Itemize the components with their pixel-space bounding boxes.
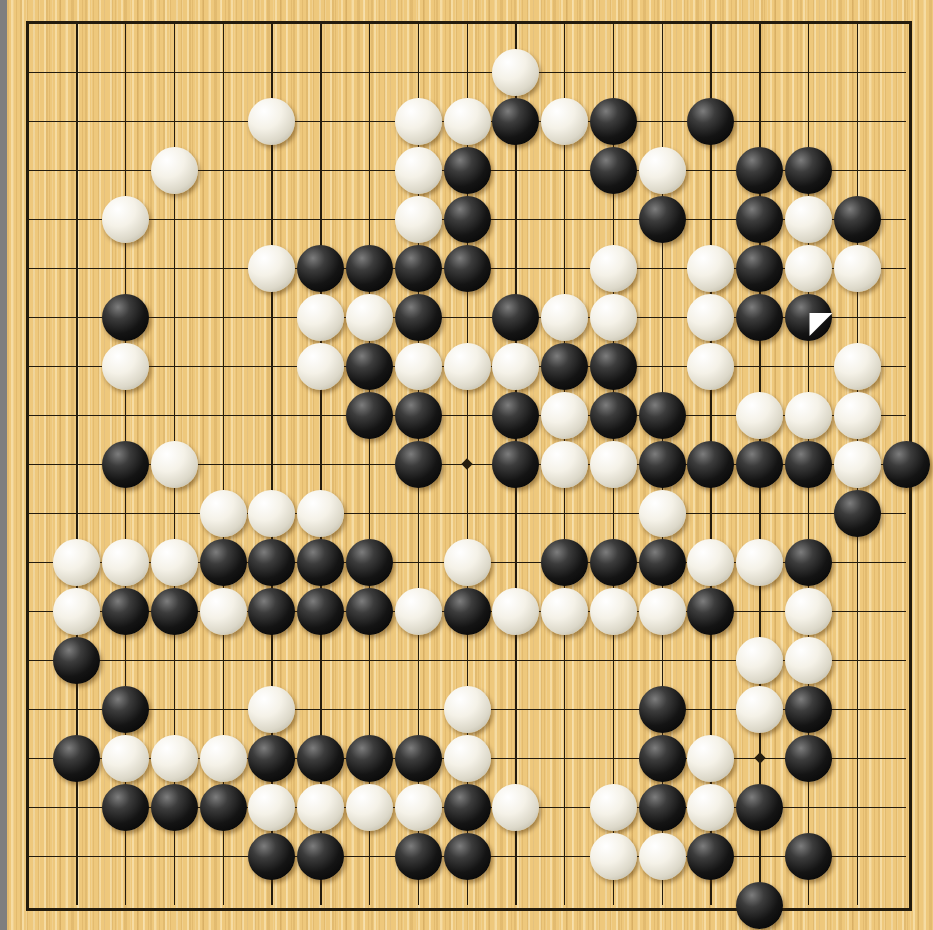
stone-white [736,539,783,586]
stone-white [639,490,686,537]
stone-white [395,784,442,831]
stone-white [53,588,100,635]
stone-black [736,147,783,194]
stone-black [248,833,295,880]
stone-white [541,588,588,635]
stone-black [785,686,832,733]
stone-black [102,441,149,488]
stone-white [395,147,442,194]
stone-black [346,245,393,292]
stone-white [687,539,734,586]
stone-white [248,245,295,292]
stone-white [541,441,588,488]
stone-white [541,294,588,341]
stone-white [785,392,832,439]
stone-white [736,686,783,733]
stone-black [444,588,491,635]
stone-black [736,784,783,831]
stone-black [639,539,686,586]
stone-black [395,735,442,782]
stone-white [102,343,149,390]
grid-hline [28,513,906,514]
stone-black [492,441,539,488]
stone-black [541,343,588,390]
stone-black [639,686,686,733]
stone-black [395,441,442,488]
stone-black [492,98,539,145]
stone-black [102,784,149,831]
stone-white [590,833,637,880]
stone-white [639,147,686,194]
stone-black [444,147,491,194]
stone-white [444,98,491,145]
stone-white [297,784,344,831]
stone-white [492,588,539,635]
stone-black [297,588,344,635]
stone-white [248,490,295,537]
stone-black [785,441,832,488]
stone-black [541,539,588,586]
stone-white [785,196,832,243]
stone-white [834,343,881,390]
stone-white [151,539,198,586]
stone-white [151,147,198,194]
stone-black [200,539,247,586]
stone-black [736,882,783,929]
stone-black [834,196,881,243]
stone-black [785,735,832,782]
stone-black [687,441,734,488]
stone-white [444,539,491,586]
stone-black [53,735,100,782]
stone-white [590,784,637,831]
stone-black [590,392,637,439]
stone-white [785,637,832,684]
stone-white [200,588,247,635]
stone-white [297,294,344,341]
stone-white [639,588,686,635]
stone-white [395,343,442,390]
stone-black [687,833,734,880]
stone-white [297,490,344,537]
stone-black [248,735,295,782]
stone-white [346,784,393,831]
stone-white [541,98,588,145]
stone-white [639,833,686,880]
stone-white [102,196,149,243]
stone-black [444,196,491,243]
stone-black [590,98,637,145]
stone-white [492,49,539,96]
stone-black [297,245,344,292]
stone-black [297,735,344,782]
stone-white [834,441,881,488]
stone-white [444,686,491,733]
stone-white [590,245,637,292]
stone-black [639,735,686,782]
stone-black [590,147,637,194]
stone-white [590,441,637,488]
stone-white [590,294,637,341]
stone-white [297,343,344,390]
stone-black [687,588,734,635]
window-edge-strip [0,0,7,930]
stone-white [590,588,637,635]
stone-black [736,294,783,341]
stone-white [102,539,149,586]
stone-black [639,441,686,488]
stone-white [200,490,247,537]
stone-white [492,343,539,390]
stone-black [102,686,149,733]
stone-black [102,588,149,635]
stone-white [395,588,442,635]
stone-white [248,784,295,831]
stone-white [492,784,539,831]
stone-black [736,196,783,243]
stone-black [297,833,344,880]
stone-black [102,294,149,341]
stone-white [785,245,832,292]
stone-black [395,294,442,341]
stone-white [346,294,393,341]
stone-white [53,539,100,586]
stone-black [346,735,393,782]
stone-black [834,490,881,537]
stone-white [834,392,881,439]
stone-black [785,147,832,194]
stone-white [785,588,832,635]
stone-white [687,784,734,831]
stone-black [395,245,442,292]
stone-black [346,343,393,390]
stone-white [444,735,491,782]
stone-black [444,245,491,292]
stone-white [151,441,198,488]
stone-black [395,833,442,880]
stone-black [346,539,393,586]
stone-black [785,833,832,880]
stone-black [883,441,930,488]
stone-black [736,441,783,488]
stone-black [639,392,686,439]
stone-white [200,735,247,782]
stone-white [687,245,734,292]
stone-white [248,686,295,733]
stone-black [200,784,247,831]
stone-black [297,539,344,586]
stone-black [53,637,100,684]
stone-white [687,294,734,341]
stone-white [736,637,783,684]
stone-black [346,392,393,439]
stone-black [785,539,832,586]
stone-black [151,588,198,635]
stone-black [346,588,393,635]
stone-black [590,343,637,390]
stone-black [736,245,783,292]
stone-black [395,392,442,439]
stone-black [248,588,295,635]
stone-white [687,735,734,782]
stone-white [541,392,588,439]
go-game-window [0,0,933,930]
stone-black [248,539,295,586]
stone-white [395,98,442,145]
stone-black [492,294,539,341]
stone-black [639,196,686,243]
stone-white [151,735,198,782]
stone-white [248,98,295,145]
stone-white [102,735,149,782]
stone-black [687,98,734,145]
stone-white [834,245,881,292]
stone-white [736,392,783,439]
stone-black [444,833,491,880]
stone-black [444,784,491,831]
stone-white [444,343,491,390]
stone-black [151,784,198,831]
stone-white [687,343,734,390]
stone-black [590,539,637,586]
stone-black [492,392,539,439]
stone-white [395,196,442,243]
stone-black [639,784,686,831]
